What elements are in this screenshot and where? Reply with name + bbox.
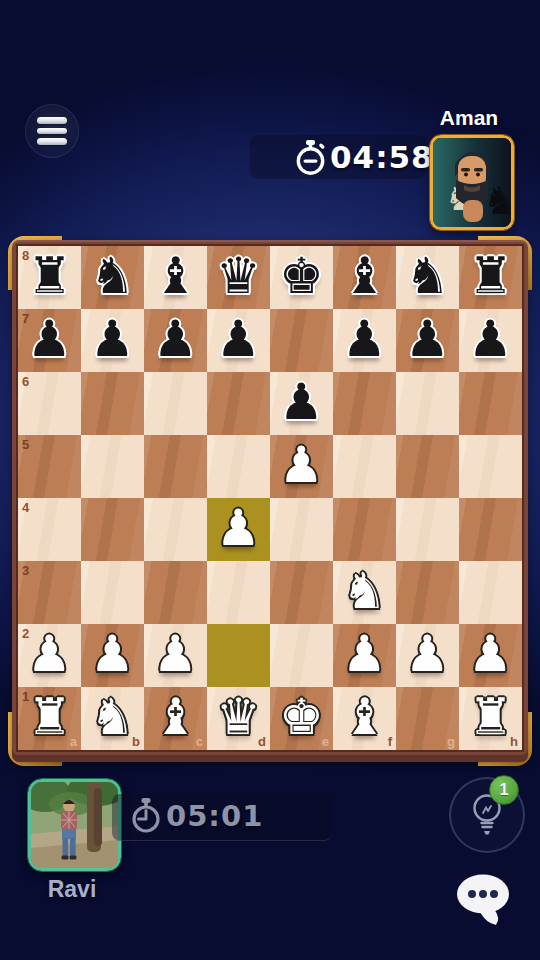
square-g8[interactable]: ♞ [396, 246, 459, 309]
black-rook-a8[interactable]: ♜ [27, 247, 72, 305]
square-b4[interactable] [81, 498, 144, 561]
square-c7[interactable]: ♟ [144, 309, 207, 372]
square-e6[interactable]: ♟ [270, 372, 333, 435]
black-pawn-c7[interactable]: ♟ [153, 310, 198, 368]
white-pawn-a2[interactable]: ♟ [27, 625, 72, 683]
square-b8[interactable]: ♞ [81, 246, 144, 309]
square-e3[interactable] [270, 561, 333, 624]
black-queen-d8[interactable]: ♛ [216, 247, 261, 305]
square-d4[interactable]: ♟ [207, 498, 270, 561]
rank-label: 6 [22, 375, 29, 388]
square-h6[interactable] [459, 372, 522, 435]
square-a1[interactable]: 1a♜ [18, 687, 81, 750]
chess-board: 8♜♞♝♛♚♝♞♜7♟♟♟♟♟♟♟6♟5♟4♟3♞2♟♟♟♟♟♟1a♜b♞c♝d… [8, 236, 532, 766]
square-b7[interactable]: ♟ [81, 309, 144, 372]
square-b2[interactable]: ♟ [81, 624, 144, 687]
square-h7[interactable]: ♟ [459, 309, 522, 372]
white-pawn-b2[interactable]: ♟ [90, 625, 135, 683]
file-label: f [388, 735, 392, 748]
white-knight-f3[interactable]: ♞ [342, 562, 387, 620]
square-d7[interactable]: ♟ [207, 309, 270, 372]
square-a7[interactable]: 7♟ [18, 309, 81, 372]
square-e2[interactable] [270, 624, 333, 687]
white-pawn-e5[interactable]: ♟ [279, 436, 324, 494]
square-h5[interactable] [459, 435, 522, 498]
square-e8[interactable]: ♚ [270, 246, 333, 309]
square-c4[interactable] [144, 498, 207, 561]
square-c6[interactable] [144, 372, 207, 435]
square-h3[interactable] [459, 561, 522, 624]
square-d1[interactable]: d♛ [207, 687, 270, 750]
player-clock: 05:01 [166, 799, 263, 833]
square-f3[interactable]: ♞ [333, 561, 396, 624]
black-pawn-d7[interactable]: ♟ [216, 310, 261, 368]
stopwatch-icon [294, 140, 327, 176]
square-c2[interactable]: ♟ [144, 624, 207, 687]
square-f5[interactable] [333, 435, 396, 498]
square-a5[interactable]: 5 [18, 435, 81, 498]
square-b3[interactable] [81, 561, 144, 624]
white-pawn-c2[interactable]: ♟ [153, 625, 198, 683]
square-f4[interactable] [333, 498, 396, 561]
hamburger-menu-icon [37, 117, 67, 124]
square-c3[interactable] [144, 561, 207, 624]
white-bishop-f1[interactable]: ♝ [342, 688, 387, 746]
white-pawn-d4[interactable]: ♟ [216, 499, 261, 557]
square-g7[interactable]: ♟ [396, 309, 459, 372]
square-a6[interactable]: 6 [18, 372, 81, 435]
black-bishop-f8[interactable]: ♝ [342, 247, 387, 305]
white-pawn-h2[interactable]: ♟ [468, 625, 513, 683]
white-pawn-f2[interactable]: ♟ [342, 625, 387, 683]
square-d6[interactable] [207, 372, 270, 435]
square-f8[interactable]: ♝ [333, 246, 396, 309]
black-pawn-h7[interactable]: ♟ [468, 310, 513, 368]
square-h2[interactable]: ♟ [459, 624, 522, 687]
square-g2[interactable]: ♟ [396, 624, 459, 687]
square-f1[interactable]: f♝ [333, 687, 396, 750]
white-knight-b1[interactable]: ♞ [90, 688, 135, 746]
opponent-clock: 04:58 [330, 139, 434, 175]
white-pawn-g2[interactable]: ♟ [405, 625, 450, 683]
square-e1[interactable]: e♚ [270, 687, 333, 750]
black-bishop-c8[interactable]: ♝ [153, 247, 198, 305]
square-a8[interactable]: 8♜ [18, 246, 81, 309]
player-name: Ravi [28, 876, 116, 903]
black-pawn-b7[interactable]: ♟ [90, 310, 135, 368]
square-f2[interactable]: ♟ [333, 624, 396, 687]
square-b5[interactable] [81, 435, 144, 498]
clock-icon [130, 798, 162, 834]
square-a4[interactable]: 4 [18, 498, 81, 561]
white-queen-d1[interactable]: ♛ [216, 688, 261, 746]
square-g1[interactable]: g [396, 687, 459, 750]
square-d2[interactable] [207, 624, 270, 687]
square-d8[interactable]: ♛ [207, 246, 270, 309]
square-g5[interactable] [396, 435, 459, 498]
white-rook-h1[interactable]: ♜ [468, 688, 513, 746]
square-e5[interactable]: ♟ [270, 435, 333, 498]
black-pawn-e6[interactable]: ♟ [279, 373, 324, 431]
file-label: g [447, 735, 455, 748]
menu-button[interactable] [25, 104, 79, 158]
white-bishop-c1[interactable]: ♝ [153, 688, 198, 746]
rank-label: 5 [22, 438, 29, 451]
black-pawn-g7[interactable]: ♟ [405, 310, 450, 368]
black-knight-b8[interactable]: ♞ [90, 247, 135, 305]
square-a3[interactable]: 3 [18, 561, 81, 624]
chat-button[interactable] [452, 868, 518, 932]
square-g3[interactable] [396, 561, 459, 624]
square-b1[interactable]: b♞ [81, 687, 144, 750]
square-h1[interactable]: h♜ [459, 687, 522, 750]
square-g4[interactable] [396, 498, 459, 561]
black-rook-h8[interactable]: ♜ [468, 247, 513, 305]
square-f7[interactable]: ♟ [333, 309, 396, 372]
hint-count-badge: 1 [489, 775, 519, 805]
square-h8[interactable]: ♜ [459, 246, 522, 309]
square-g6[interactable] [396, 372, 459, 435]
square-c8[interactable]: ♝ [144, 246, 207, 309]
square-c1[interactable]: c♝ [144, 687, 207, 750]
white-rook-a1[interactable]: ♜ [27, 688, 72, 746]
square-b6[interactable] [81, 372, 144, 435]
square-d3[interactable] [207, 561, 270, 624]
opponent-avatar[interactable]: ♞ ♞ [430, 135, 514, 230]
black-pawn-f7[interactable]: ♟ [342, 310, 387, 368]
square-h4[interactable] [459, 498, 522, 561]
square-e7[interactable] [270, 309, 333, 372]
player-avatar[interactable] [28, 779, 121, 871]
square-d5[interactable] [207, 435, 270, 498]
black-king-e8[interactable]: ♚ [279, 247, 324, 305]
rank-label: 3 [22, 564, 29, 577]
square-f6[interactable] [333, 372, 396, 435]
square-a2[interactable]: 2♟ [18, 624, 81, 687]
rank-label: 4 [22, 501, 29, 514]
board-squares: 8♜♞♝♛♚♝♞♜7♟♟♟♟♟♟♟6♟5♟4♟3♞2♟♟♟♟♟♟1a♜b♞c♝d… [18, 246, 522, 750]
black-pawn-a7[interactable]: ♟ [27, 310, 72, 368]
black-knight-g8[interactable]: ♞ [405, 247, 450, 305]
square-c5[interactable] [144, 435, 207, 498]
chat-bubble-icon [452, 868, 518, 932]
white-king-e1[interactable]: ♚ [279, 688, 324, 746]
square-e4[interactable] [270, 498, 333, 561]
opponent-name: Aman [430, 106, 508, 130]
